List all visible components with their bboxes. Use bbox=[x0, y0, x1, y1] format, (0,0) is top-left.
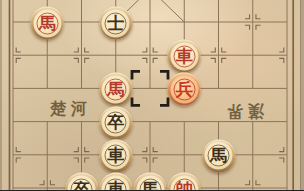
piece-label: 馬 bbox=[202, 139, 235, 172]
river-label-han-jie: 漢界 bbox=[222, 100, 264, 121]
river-label-chu-he: 楚河 bbox=[50, 99, 92, 120]
piece-black-chariot-a[interactable]: 車 bbox=[99, 139, 132, 172]
piece-label: 馬 bbox=[134, 173, 167, 191]
piece-label: 帥 bbox=[168, 173, 201, 191]
piece-black-soldier-b[interactable]: 卒 bbox=[65, 173, 98, 191]
piece-red-chariot[interactable]: 車 bbox=[168, 40, 201, 73]
screen-edge-left bbox=[0, 0, 2, 190]
piece-red-horse-a[interactable]: 馬 bbox=[31, 7, 64, 40]
piece-black-horse-b[interactable]: 馬 bbox=[134, 173, 167, 191]
screen-edge-right bbox=[300, 0, 304, 190]
piece-label: 馬 bbox=[99, 73, 132, 106]
piece-red-general[interactable]: 帥 bbox=[168, 173, 201, 191]
piece-label: 車 bbox=[99, 139, 132, 172]
piece-label: 卒 bbox=[65, 173, 98, 191]
piece-black-soldier-a[interactable]: 卒 bbox=[99, 106, 132, 139]
xiangqi-board[interactable]: 楚河 漢界 馬士車馬兵卒車馬卒車馬帥 bbox=[0, 0, 304, 190]
piece-label: 車 bbox=[99, 173, 132, 191]
piece-red-horse-b[interactable]: 馬 bbox=[99, 73, 132, 106]
piece-black-advisor[interactable]: 士 bbox=[99, 7, 132, 40]
piece-red-soldier[interactable]: 兵 bbox=[168, 73, 201, 106]
piece-label: 車 bbox=[168, 40, 201, 73]
piece-label: 馬 bbox=[31, 7, 64, 40]
piece-label: 卒 bbox=[99, 106, 132, 139]
piece-label: 兵 bbox=[168, 73, 201, 106]
piece-label: 士 bbox=[99, 7, 132, 40]
piece-black-horse-a[interactable]: 馬 bbox=[202, 139, 235, 172]
piece-black-chariot-b[interactable]: 車 bbox=[99, 173, 132, 191]
